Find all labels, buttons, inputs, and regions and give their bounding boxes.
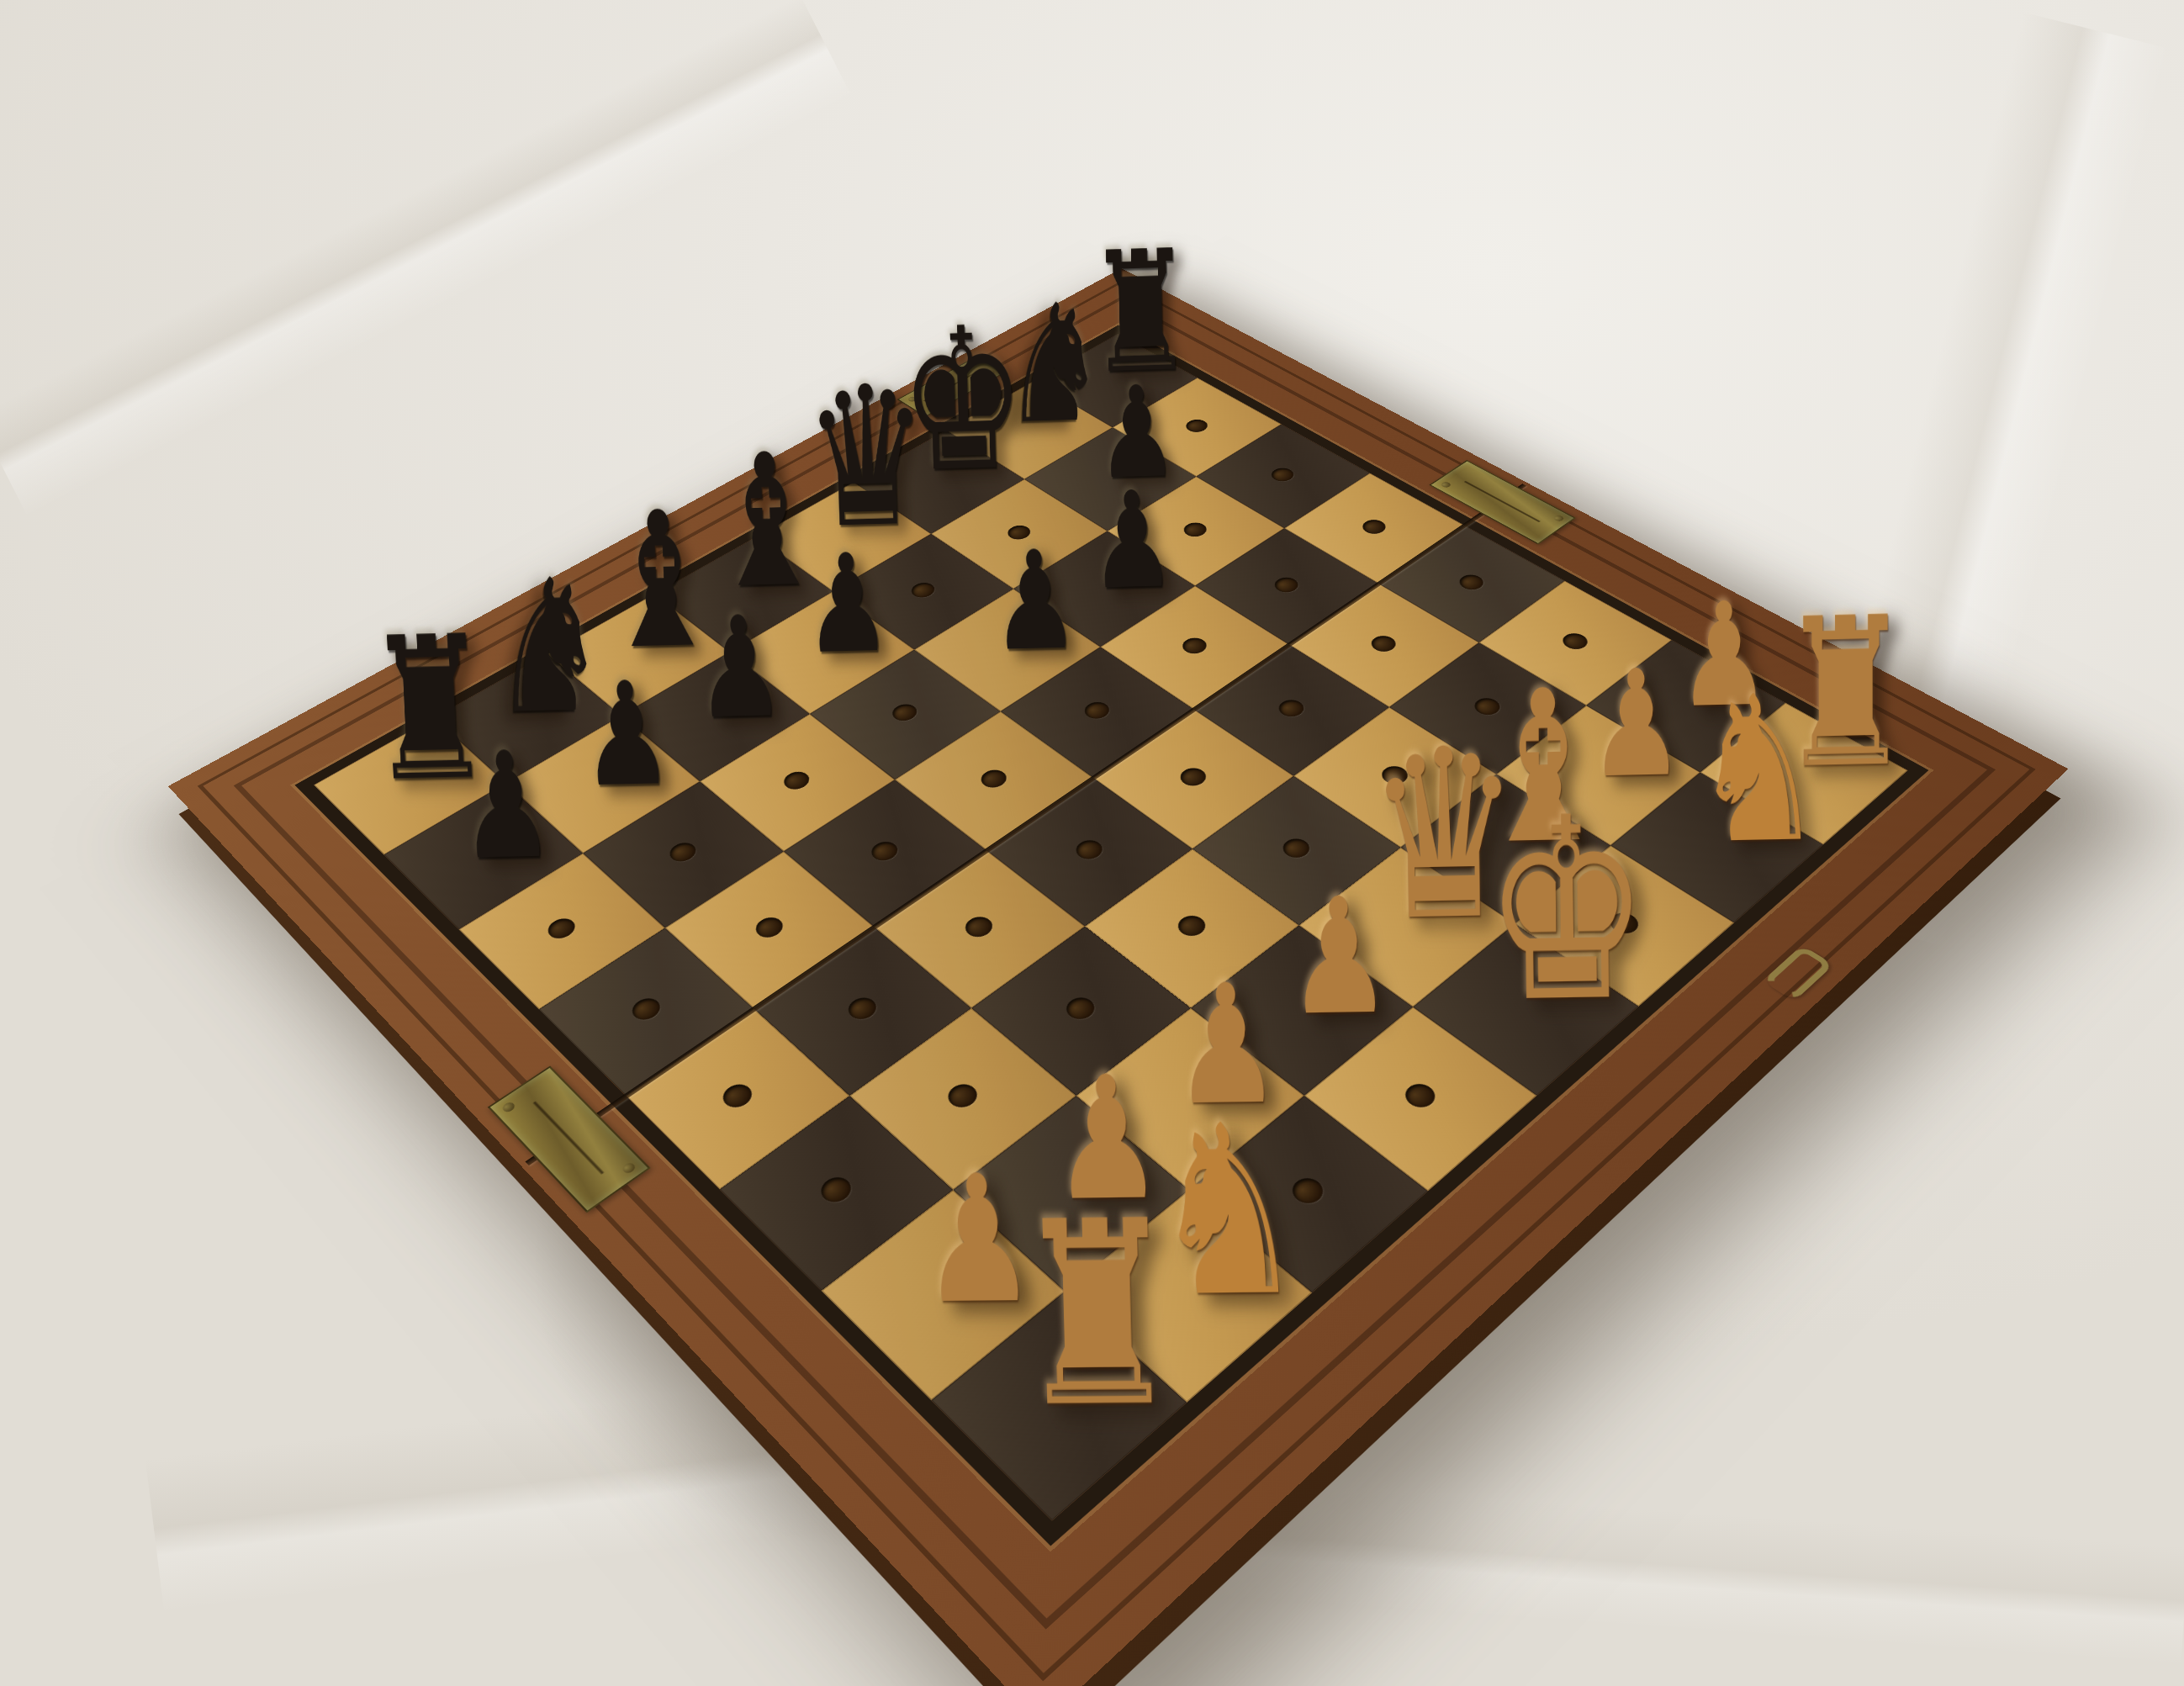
brass-latch-hook xyxy=(1763,945,1834,1002)
peg-hole xyxy=(976,766,1012,790)
peg-hole xyxy=(1399,1080,1441,1113)
peg-hole xyxy=(1177,635,1211,657)
peg-hole xyxy=(1271,574,1304,595)
black-pawn[interactable]: ♟ xyxy=(990,531,1081,670)
black-pawn[interactable]: ♟ xyxy=(801,535,892,673)
peg-hole xyxy=(1455,572,1488,593)
black-pawn[interactable]: ♟ xyxy=(693,596,787,737)
black-pawn[interactable]: ♟ xyxy=(456,731,556,880)
peg-hole xyxy=(888,701,923,725)
board-grid: ♜♞♝♝♛♚♞♜♟♟♟♟♟♟♟♟♟♟♟♛♝♟♟♜♞♚♞♜ xyxy=(294,325,1928,1546)
peg-hole xyxy=(1358,517,1390,536)
peg-hole xyxy=(1080,699,1114,722)
black-pawn[interactable]: ♟ xyxy=(1088,473,1177,608)
peg-hole xyxy=(1182,417,1212,435)
chessboard[interactable]: ♜♞♝♝♛♚♞♜♟♟♟♟♟♟♟♟♟♟♟♛♝♟♟♜♞♚♞♜ xyxy=(168,268,2069,1686)
peg-hole xyxy=(815,1172,857,1207)
peg-hole xyxy=(1277,835,1314,862)
peg-hole xyxy=(750,914,787,942)
black-pawn[interactable]: ♟ xyxy=(578,662,674,806)
peg-hole xyxy=(1180,520,1212,539)
white-rook[interactable]: ♜ xyxy=(1011,1187,1184,1442)
white-knight[interactable]: ♞ xyxy=(1692,668,1825,872)
chessboard-3d-wrapper: ♜♞♝♝♛♚♞♜♟♟♟♟♟♟♟♟♟♟♟♛♝♟♟♜♞♚♞♜ xyxy=(168,268,2069,1686)
peg-hole xyxy=(780,769,815,793)
peg-hole xyxy=(960,912,998,941)
peg-hole xyxy=(1060,993,1100,1023)
peg-hole xyxy=(1172,912,1210,940)
peg-hole xyxy=(665,839,701,865)
peg-hole xyxy=(907,579,939,600)
peg-hole xyxy=(843,994,881,1024)
peg-hole xyxy=(717,1080,758,1112)
peg-hole xyxy=(1071,837,1108,863)
peg-hole xyxy=(867,838,903,864)
peg-hole xyxy=(543,915,580,943)
white-king[interactable]: ♚ xyxy=(1483,783,1650,1038)
peg-hole xyxy=(942,1080,982,1113)
peg-hole xyxy=(1267,466,1298,484)
white-pawn[interactable]: ♟ xyxy=(1286,875,1393,1037)
peg-hole xyxy=(1175,764,1211,790)
peg-hole xyxy=(1273,697,1308,721)
peg-hole xyxy=(1367,632,1400,654)
photo-scene: ♜♞♝♝♛♚♞♜♟♟♟♟♟♟♟♟♟♟♟♛♝♟♟♜♞♚♞♜ xyxy=(0,0,2184,1686)
peg-hole xyxy=(627,994,666,1024)
